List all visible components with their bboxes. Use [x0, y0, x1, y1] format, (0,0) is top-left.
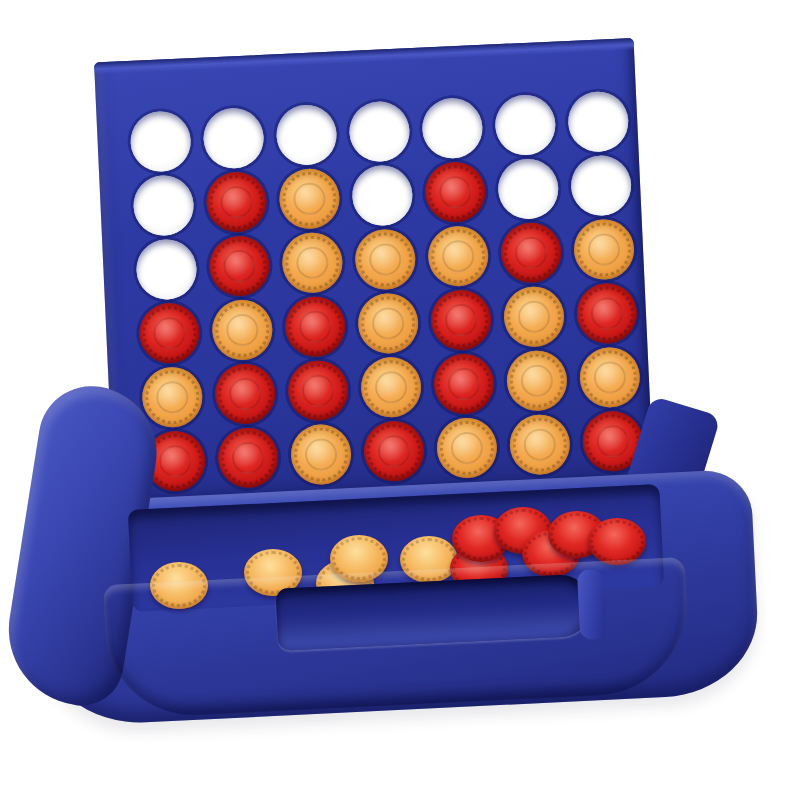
cell-r1c6 [487, 91, 563, 158]
cell-r1c1 [122, 108, 198, 175]
orange-disc [572, 218, 635, 281]
groove-ridge [577, 569, 606, 640]
cell-r2c7 [563, 152, 639, 219]
red-disc [205, 171, 268, 234]
red-disc [575, 282, 638, 345]
orange-disc [359, 356, 422, 419]
cell-r6c2 [210, 424, 286, 491]
cell-r1c2 [195, 105, 271, 172]
board-grid [122, 88, 650, 495]
cell-r2c1 [125, 172, 201, 239]
cell-r2c2 [198, 169, 274, 236]
empty-hole [496, 158, 559, 221]
cell-r6c4 [356, 418, 432, 485]
orange-disc [210, 299, 273, 362]
orange-disc [353, 228, 416, 291]
connect-four-photo [0, 0, 800, 800]
red-disc [362, 420, 425, 483]
red-disc [423, 161, 486, 224]
cell-r3c7 [566, 216, 642, 283]
base-front-apron [103, 557, 691, 719]
empty-hole [348, 100, 411, 163]
cell-r2c6 [490, 155, 566, 222]
red-disc [283, 295, 346, 358]
orange-disc [278, 168, 341, 231]
orange-disc [435, 417, 498, 480]
orange-disc [356, 292, 419, 355]
cell-r2c4 [344, 162, 420, 229]
cell-r5c4 [353, 354, 429, 421]
cell-r3c5 [420, 223, 496, 290]
handle-groove [275, 574, 592, 651]
orange-disc [578, 346, 641, 409]
cell-r6c5 [428, 414, 504, 481]
cell-r6c3 [283, 421, 359, 488]
empty-hole [129, 110, 192, 173]
red-disc [208, 235, 271, 298]
red-disc [286, 359, 349, 422]
cell-r5c5 [426, 350, 502, 417]
empty-hole [566, 90, 629, 153]
cell-r3c2 [201, 232, 277, 299]
cell-r4c1 [131, 300, 207, 367]
empty-hole [135, 238, 198, 301]
orange-disc [281, 231, 344, 294]
cell-r4c6 [496, 283, 572, 350]
red-disc [213, 363, 276, 426]
cell-r5c2 [207, 360, 283, 427]
cell-r4c3 [277, 293, 353, 360]
cell-r1c5 [414, 95, 490, 162]
cell-r5c7 [571, 344, 647, 411]
orange-disc [502, 285, 565, 348]
board-top-edge [94, 38, 634, 74]
cell-r1c7 [560, 88, 636, 155]
cell-r3c3 [274, 229, 350, 296]
orange-disc [505, 349, 568, 412]
red-loose-disc [588, 518, 646, 565]
orange-disc [426, 225, 489, 288]
cell-r6c6 [501, 411, 577, 478]
empty-hole [202, 107, 265, 170]
red-disc [138, 302, 201, 365]
cell-r5c3 [280, 357, 356, 424]
board-panel [94, 38, 654, 514]
empty-hole [569, 154, 632, 217]
empty-hole [493, 94, 556, 157]
empty-hole [275, 104, 338, 167]
cell-r4c7 [569, 280, 645, 347]
red-disc [499, 222, 562, 285]
empty-hole [132, 174, 195, 237]
cell-r1c3 [268, 101, 344, 168]
red-disc [429, 289, 492, 352]
orange-disc [289, 423, 352, 486]
cell-r4c2 [204, 296, 280, 363]
orange-disc [140, 366, 203, 429]
cell-r1c4 [341, 98, 417, 165]
cell-r3c1 [128, 236, 204, 303]
red-disc [216, 427, 279, 490]
cell-r2c5 [417, 159, 493, 226]
cell-r5c6 [499, 347, 575, 414]
cell-r2c3 [271, 165, 347, 232]
cell-r3c4 [347, 226, 423, 293]
cell-r4c5 [423, 286, 499, 353]
orange-disc [508, 413, 571, 476]
red-disc [432, 353, 495, 416]
empty-hole [421, 97, 484, 160]
cell-r3c6 [493, 219, 569, 286]
cell-r4c4 [350, 290, 426, 357]
empty-hole [351, 164, 414, 227]
